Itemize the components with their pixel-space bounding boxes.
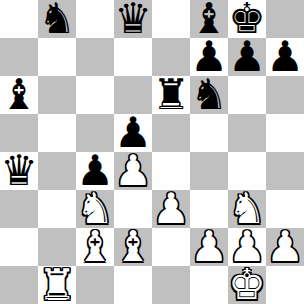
square-h6[interactable]	[266, 76, 304, 114]
square-a4[interactable]: ♛	[0, 152, 38, 190]
square-d8[interactable]: ♛	[114, 0, 152, 38]
square-a1[interactable]	[0, 266, 38, 304]
square-f1[interactable]	[190, 266, 228, 304]
square-h7[interactable]: ♟	[266, 38, 304, 76]
square-d4[interactable]: ♟	[114, 152, 152, 190]
square-c2[interactable]: ♝	[76, 228, 114, 266]
square-e2[interactable]	[152, 228, 190, 266]
square-h1[interactable]	[266, 266, 304, 304]
square-f5[interactable]	[190, 114, 228, 152]
black-rook-piece[interactable]: ♜	[152, 76, 190, 114]
square-d2[interactable]: ♝	[114, 228, 152, 266]
square-h2[interactable]: ♟	[266, 228, 304, 266]
square-c6[interactable]	[76, 76, 114, 114]
square-f6[interactable]: ♞	[190, 76, 228, 114]
square-b8[interactable]: ♞	[38, 0, 76, 38]
black-pawn-piece[interactable]: ♟	[228, 38, 266, 76]
square-f4[interactable]	[190, 152, 228, 190]
square-c1[interactable]	[76, 266, 114, 304]
black-pawn-piece[interactable]: ♟	[266, 38, 304, 76]
square-h4[interactable]	[266, 152, 304, 190]
square-a3[interactable]	[0, 190, 38, 228]
square-d1[interactable]	[114, 266, 152, 304]
square-e6[interactable]: ♜	[152, 76, 190, 114]
black-queen-piece[interactable]: ♛	[0, 152, 38, 190]
square-a2[interactable]	[0, 228, 38, 266]
square-e1[interactable]	[152, 266, 190, 304]
square-g1[interactable]: ♚	[228, 266, 266, 304]
square-c7[interactable]	[76, 38, 114, 76]
square-a6[interactable]: ♝	[0, 76, 38, 114]
square-a8[interactable]	[0, 0, 38, 38]
white-pawn-piece[interactable]: ♟	[152, 190, 190, 228]
white-pawn-piece[interactable]: ♟	[266, 228, 304, 266]
square-g5[interactable]	[228, 114, 266, 152]
square-b6[interactable]	[38, 76, 76, 114]
square-b7[interactable]	[38, 38, 76, 76]
white-rook-piece[interactable]: ♜	[38, 266, 76, 304]
black-knight-piece[interactable]: ♞	[190, 76, 228, 114]
square-b5[interactable]	[38, 114, 76, 152]
white-pawn-piece[interactable]: ♟	[190, 228, 228, 266]
square-g7[interactable]: ♟	[228, 38, 266, 76]
white-bishop-piece[interactable]: ♝	[76, 228, 114, 266]
black-bishop-piece[interactable]: ♝	[0, 76, 38, 114]
square-e3[interactable]: ♟	[152, 190, 190, 228]
square-e5[interactable]	[152, 114, 190, 152]
black-queen-piece[interactable]: ♛	[114, 0, 152, 38]
square-c8[interactable]	[76, 0, 114, 38]
white-king-piece[interactable]: ♚	[228, 266, 266, 304]
black-knight-piece[interactable]: ♞	[38, 0, 76, 38]
square-b4[interactable]	[38, 152, 76, 190]
square-b3[interactable]	[38, 190, 76, 228]
square-b1[interactable]: ♜	[38, 266, 76, 304]
square-h5[interactable]	[266, 114, 304, 152]
square-d7[interactable]	[114, 38, 152, 76]
chess-board: ♞♛♝♚♟♟♟♝♜♞♟♛♟♟♞♟♞♝♝♟♟♟♜♚	[0, 0, 304, 304]
square-e8[interactable]	[152, 0, 190, 38]
white-bishop-piece[interactable]: ♝	[114, 228, 152, 266]
square-g6[interactable]	[228, 76, 266, 114]
white-pawn-piece[interactable]: ♟	[114, 152, 152, 190]
square-f2[interactable]: ♟	[190, 228, 228, 266]
